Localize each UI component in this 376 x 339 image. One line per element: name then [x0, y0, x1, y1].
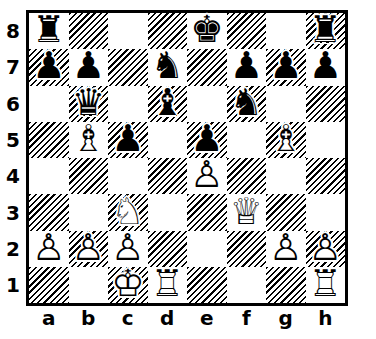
- square-c7[interactable]: [108, 49, 148, 85]
- white-pawn-piece: ♟♙: [69, 231, 109, 267]
- black-pawn-icon: ♟: [309, 49, 342, 85]
- white-pawn-icon: ♙: [72, 230, 105, 266]
- square-a5[interactable]: [29, 122, 69, 158]
- square-a6[interactable]: [29, 86, 69, 122]
- file-label-h: h: [306, 307, 346, 329]
- chess-board-frame: ♜♜♚♚♜♜♟♟♟♟♞♞♟♟♟♟♟♟♛♛♝♝♞♞♝♗♟♟♟♟♝♗♟♙♞♘♛♕♟♙…: [26, 10, 348, 306]
- white-pawn-icon: ♙: [111, 230, 144, 266]
- white-pawn-icon: ♙: [190, 158, 223, 194]
- square-d3[interactable]: [148, 194, 188, 230]
- black-pawn-icon: ♟: [269, 49, 302, 85]
- square-g2[interactable]: ♟♙: [266, 231, 306, 267]
- rank-label-8: 8: [0, 13, 26, 49]
- white-rook-icon: ♖: [151, 266, 184, 302]
- square-c1[interactable]: ♚♔: [108, 267, 148, 303]
- square-h1[interactable]: ♜♖: [306, 267, 346, 303]
- square-e2[interactable]: [187, 231, 227, 267]
- white-pawn-piece: ♟♙: [266, 231, 306, 267]
- square-e3[interactable]: [187, 194, 227, 230]
- white-rook-piece: ♜♖: [148, 267, 188, 303]
- white-pawn-icon: ♙: [32, 230, 65, 266]
- square-d6[interactable]: ♝♝: [148, 86, 188, 122]
- square-c5[interactable]: ♟♟: [108, 122, 148, 158]
- white-bishop-icon: ♗: [269, 121, 302, 157]
- square-f3[interactable]: ♛♕: [227, 194, 267, 230]
- white-pawn-piece: ♟♙: [29, 231, 69, 267]
- file-label-f: f: [227, 307, 267, 329]
- white-rook-piece: ♜♖: [306, 267, 346, 303]
- square-e1[interactable]: [187, 267, 227, 303]
- chess-board: ♜♜♚♚♜♜♟♟♟♟♞♞♟♟♟♟♟♟♛♛♝♝♞♞♝♗♟♟♟♟♝♗♟♙♞♘♛♕♟♙…: [29, 13, 345, 303]
- rank-label-2: 2: [0, 231, 26, 267]
- file-label-g: g: [266, 307, 306, 329]
- rank-label-4: 4: [0, 158, 26, 194]
- file-label-e: e: [187, 307, 227, 329]
- black-king-piece: ♚♚: [187, 13, 227, 49]
- white-pawn-icon: ♙: [309, 230, 342, 266]
- black-knight-piece: ♞♞: [227, 86, 267, 122]
- square-b4[interactable]: [69, 158, 109, 194]
- rank-label-5: 5: [0, 122, 26, 158]
- rank-label-6: 6: [0, 86, 26, 122]
- square-c8[interactable]: [108, 13, 148, 49]
- file-label-d: d: [148, 307, 188, 329]
- square-b2[interactable]: ♟♙: [69, 231, 109, 267]
- square-a7[interactable]: ♟♟: [29, 49, 69, 85]
- white-king-piece: ♚♔: [108, 267, 148, 303]
- square-a2[interactable]: ♟♙: [29, 231, 69, 267]
- square-b1[interactable]: [69, 267, 109, 303]
- black-pawn-piece: ♟♟: [266, 49, 306, 85]
- file-label-b: b: [69, 307, 109, 329]
- square-a1[interactable]: [29, 267, 69, 303]
- rank-label-1: 1: [0, 267, 26, 303]
- square-b5[interactable]: ♝♗: [69, 122, 109, 158]
- square-d4[interactable]: [148, 158, 188, 194]
- rank-labels: 8 7 6 5 4 3 2 1: [0, 13, 26, 303]
- black-pawn-icon: ♟: [190, 121, 223, 157]
- black-knight-icon: ♞: [151, 49, 184, 85]
- square-f5[interactable]: [227, 122, 267, 158]
- square-d5[interactable]: [148, 122, 188, 158]
- white-pawn-icon: ♙: [269, 230, 302, 266]
- black-pawn-icon: ♟: [72, 49, 105, 85]
- rank-label-3: 3: [0, 194, 26, 230]
- rank-label-7: 7: [0, 49, 26, 85]
- black-rook-icon: ♜: [32, 12, 65, 48]
- white-queen-piece: ♛♕: [227, 194, 267, 230]
- square-h7[interactable]: ♟♟: [306, 49, 346, 85]
- black-queen-icon: ♛: [72, 85, 105, 121]
- white-king-icon: ♔: [111, 266, 144, 302]
- square-f1[interactable]: [227, 267, 267, 303]
- black-pawn-piece: ♟♟: [306, 49, 346, 85]
- square-h5[interactable]: [306, 122, 346, 158]
- black-pawn-piece: ♟♟: [29, 49, 69, 85]
- square-d1[interactable]: ♜♖: [148, 267, 188, 303]
- square-g5[interactable]: ♝♗: [266, 122, 306, 158]
- black-pawn-icon: ♟: [230, 49, 263, 85]
- black-pawn-icon: ♟: [32, 49, 65, 85]
- square-e4[interactable]: ♟♙: [187, 158, 227, 194]
- white-rook-icon: ♖: [309, 266, 342, 302]
- square-f6[interactable]: ♞♞: [227, 86, 267, 122]
- black-knight-icon: ♞: [230, 85, 263, 121]
- square-g1[interactable]: [266, 267, 306, 303]
- square-h6[interactable]: [306, 86, 346, 122]
- black-rook-icon: ♜: [309, 12, 342, 48]
- file-label-c: c: [108, 307, 148, 329]
- black-king-icon: ♚: [190, 12, 223, 48]
- black-pawn-icon: ♟: [111, 121, 144, 157]
- white-bishop-piece: ♝♗: [266, 122, 306, 158]
- square-h4[interactable]: [306, 158, 346, 194]
- white-queen-icon: ♕: [230, 194, 263, 230]
- black-bishop-piece: ♝♝: [148, 86, 188, 122]
- black-bishop-icon: ♝: [151, 85, 184, 121]
- file-labels: a b c d e f g h: [29, 307, 345, 329]
- square-g7[interactable]: ♟♟: [266, 49, 306, 85]
- white-knight-icon: ♘: [111, 194, 144, 230]
- square-a4[interactable]: [29, 158, 69, 194]
- square-e8[interactable]: ♚♚: [187, 13, 227, 49]
- white-pawn-piece: ♟♙: [187, 158, 227, 194]
- square-f2[interactable]: [227, 231, 267, 267]
- chess-diagram-page: 8 7 6 5 4 3 2 1 ♜♜♚♚♜♜♟♟♟♟♞♞♟♟♟♟♟♟♛♛♝♝♞♞…: [0, 0, 376, 339]
- white-bishop-icon: ♗: [72, 121, 105, 157]
- black-pawn-piece: ♟♟: [108, 122, 148, 158]
- white-bishop-piece: ♝♗: [69, 122, 109, 158]
- file-label-a: a: [29, 307, 69, 329]
- square-e7[interactable]: [187, 49, 227, 85]
- square-g4[interactable]: [266, 158, 306, 194]
